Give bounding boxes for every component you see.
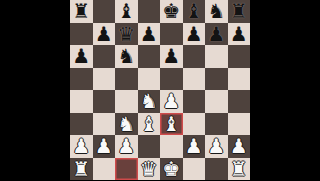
square-b2[interactable]: ♟ (93, 135, 116, 158)
piece-white-rook[interactable]: ♜ (230, 159, 248, 179)
square-b5[interactable] (93, 68, 116, 91)
square-d2[interactable] (138, 135, 161, 158)
square-b7[interactable]: ♟ (93, 23, 116, 46)
square-e6[interactable]: ♟ (160, 45, 183, 68)
square-h6[interactable] (228, 45, 251, 68)
square-d8[interactable] (138, 0, 161, 23)
piece-black-king[interactable]: ♚ (162, 1, 180, 21)
square-c3[interactable]: ♞ (115, 113, 138, 136)
square-h5[interactable] (228, 68, 251, 91)
square-g1[interactable] (205, 158, 228, 181)
square-c5[interactable] (115, 68, 138, 91)
piece-white-pawn[interactable]: ♟ (185, 136, 203, 156)
square-a6[interactable]: ♟ (70, 45, 93, 68)
square-h8[interactable]: ♜ (228, 0, 251, 23)
piece-white-knight[interactable]: ♞ (117, 114, 135, 134)
piece-black-pawn[interactable]: ♟ (72, 46, 90, 66)
square-a4[interactable] (70, 90, 93, 113)
square-b4[interactable] (93, 90, 116, 113)
square-e1[interactable]: ♚ (160, 158, 183, 181)
square-c7[interactable]: ♛ (115, 23, 138, 46)
square-g3[interactable] (205, 113, 228, 136)
piece-white-bishop[interactable]: ♝ (140, 114, 158, 134)
square-f6[interactable] (183, 45, 206, 68)
square-h3[interactable] (228, 113, 251, 136)
piece-black-knight[interactable]: ♞ (117, 46, 135, 66)
piece-white-queen[interactable]: ♛ (140, 159, 158, 179)
piece-white-pawn[interactable]: ♟ (207, 136, 225, 156)
square-a1[interactable]: ♜ (70, 158, 93, 181)
square-a8[interactable]: ♜ (70, 0, 93, 23)
square-f2[interactable]: ♟ (183, 135, 206, 158)
piece-black-queen[interactable]: ♛ (117, 24, 135, 44)
piece-black-pawn[interactable]: ♟ (95, 24, 113, 44)
square-d5[interactable] (138, 68, 161, 91)
square-c2[interactable]: ♟ (115, 135, 138, 158)
piece-black-rook[interactable]: ♜ (230, 1, 248, 21)
piece-white-rook[interactable]: ♜ (72, 159, 90, 179)
square-a5[interactable] (70, 68, 93, 91)
square-d6[interactable] (138, 45, 161, 68)
square-h4[interactable] (228, 90, 251, 113)
screenshot-canvas: ♜♝♚♝♞♜♟♛♟♟♟♟♟♞♟♞♟♞♝♝♟♟♟♟♟♟♜♛♚♜ (0, 0, 320, 180)
piece-white-pawn[interactable]: ♟ (72, 136, 90, 156)
letterbox-left (0, 0, 70, 180)
piece-black-pawn[interactable]: ♟ (207, 24, 225, 44)
square-e8[interactable]: ♚ (160, 0, 183, 23)
square-f5[interactable] (183, 68, 206, 91)
square-c1[interactable] (115, 158, 138, 181)
piece-white-knight[interactable]: ♞ (140, 91, 158, 111)
square-c8[interactable]: ♝ (115, 0, 138, 23)
square-g7[interactable]: ♟ (205, 23, 228, 46)
square-e4[interactable]: ♟ (160, 90, 183, 113)
piece-black-pawn[interactable]: ♟ (230, 24, 248, 44)
square-a3[interactable] (70, 113, 93, 136)
piece-black-bishop[interactable]: ♝ (185, 1, 203, 21)
square-g2[interactable]: ♟ (205, 135, 228, 158)
piece-white-king[interactable]: ♚ (162, 159, 180, 179)
square-g5[interactable] (205, 68, 228, 91)
letterbox-right (250, 0, 320, 180)
square-d4[interactable]: ♞ (138, 90, 161, 113)
piece-white-pawn[interactable]: ♟ (117, 136, 135, 156)
square-f7[interactable]: ♟ (183, 23, 206, 46)
piece-black-rook[interactable]: ♜ (72, 1, 90, 21)
square-b1[interactable] (93, 158, 116, 181)
square-e5[interactable] (160, 68, 183, 91)
piece-white-bishop[interactable]: ♝ (162, 114, 180, 134)
square-h1[interactable]: ♜ (228, 158, 251, 181)
piece-black-pawn[interactable]: ♟ (185, 24, 203, 44)
square-a7[interactable] (70, 23, 93, 46)
piece-black-pawn[interactable]: ♟ (162, 46, 180, 66)
piece-white-pawn[interactable]: ♟ (95, 136, 113, 156)
square-d3[interactable]: ♝ (138, 113, 161, 136)
square-f4[interactable] (183, 90, 206, 113)
square-c4[interactable] (115, 90, 138, 113)
piece-black-knight[interactable]: ♞ (207, 1, 225, 21)
square-d1[interactable]: ♛ (138, 158, 161, 181)
square-d7[interactable]: ♟ (138, 23, 161, 46)
square-f8[interactable]: ♝ (183, 0, 206, 23)
square-h2[interactable]: ♟ (228, 135, 251, 158)
square-e2[interactable] (160, 135, 183, 158)
chess-board: ♜♝♚♝♞♜♟♛♟♟♟♟♟♞♟♞♟♞♝♝♟♟♟♟♟♟♜♛♚♜ (70, 0, 250, 180)
square-e7[interactable] (160, 23, 183, 46)
square-g6[interactable] (205, 45, 228, 68)
square-b6[interactable] (93, 45, 116, 68)
piece-black-bishop[interactable]: ♝ (117, 1, 135, 21)
square-h7[interactable]: ♟ (228, 23, 251, 46)
square-g8[interactable]: ♞ (205, 0, 228, 23)
square-g4[interactable] (205, 90, 228, 113)
square-e3[interactable]: ♝ (160, 113, 183, 136)
square-f3[interactable] (183, 113, 206, 136)
square-b3[interactable] (93, 113, 116, 136)
piece-black-pawn[interactable]: ♟ (140, 24, 158, 44)
square-b8[interactable] (93, 0, 116, 23)
square-f1[interactable] (183, 158, 206, 181)
piece-white-pawn[interactable]: ♟ (230, 136, 248, 156)
square-a2[interactable]: ♟ (70, 135, 93, 158)
square-c6[interactable]: ♞ (115, 45, 138, 68)
piece-white-pawn[interactable]: ♟ (162, 91, 180, 111)
